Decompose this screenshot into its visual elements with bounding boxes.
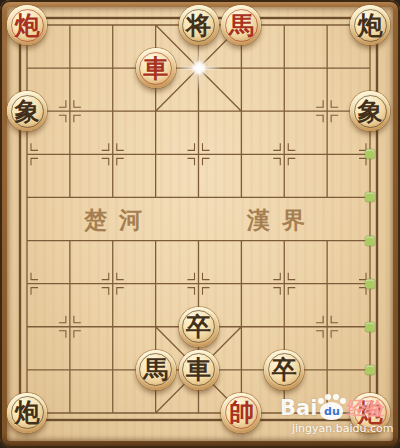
piece-glyph: 炮 bbox=[15, 13, 40, 38]
piece-red-chariot[interactable]: 車 bbox=[136, 48, 176, 88]
piece-glyph: 車 bbox=[143, 56, 168, 81]
piece-black-elephant[interactable]: 象 bbox=[350, 91, 390, 131]
piece-glyph: 炮 bbox=[358, 13, 383, 38]
piece-black-soldier[interactable]: 卒 bbox=[179, 307, 219, 347]
piece-glyph: 馬 bbox=[229, 13, 254, 38]
piece-glyph: 象 bbox=[15, 99, 40, 124]
xiangqi-board: 楚河 漢界 炮将馬炮車象象卒馬車卒炮帥炮 Bai du 经验 jingyan.b… bbox=[0, 0, 400, 448]
piece-glyph: 帥 bbox=[229, 400, 254, 425]
piece-glyph: 将 bbox=[186, 13, 211, 38]
piece-glyph: 炮 bbox=[15, 400, 40, 425]
move-hint-dot[interactable] bbox=[366, 322, 375, 331]
piece-black-cannon[interactable]: 炮 bbox=[7, 393, 47, 433]
piece-black-soldier[interactable]: 卒 bbox=[264, 350, 304, 390]
piece-glyph: 車 bbox=[186, 357, 211, 382]
piece-glyph: 象 bbox=[358, 99, 383, 124]
piece-black-horse[interactable]: 馬 bbox=[136, 350, 176, 390]
move-hint-dot[interactable] bbox=[366, 365, 375, 374]
piece-black-elephant[interactable]: 象 bbox=[7, 91, 47, 131]
move-hint-dot[interactable] bbox=[366, 193, 375, 202]
piece-red-general[interactable]: 帥 bbox=[221, 393, 261, 433]
move-hint-dot[interactable] bbox=[366, 150, 375, 159]
piece-glyph: 卒 bbox=[186, 314, 211, 339]
move-hint-dot[interactable] bbox=[366, 236, 375, 245]
piece-red-horse[interactable]: 馬 bbox=[221, 5, 261, 45]
piece-glyph: 炮 bbox=[358, 400, 383, 425]
piece-black-cannon[interactable]: 炮 bbox=[350, 5, 390, 45]
piece-glyph: 馬 bbox=[143, 357, 168, 382]
move-hint-dot[interactable] bbox=[366, 279, 375, 288]
piece-red-cannon[interactable]: 炮 bbox=[7, 5, 47, 45]
piece-black-chariot[interactable]: 車 bbox=[179, 350, 219, 390]
sparkle-effect bbox=[176, 45, 222, 91]
piece-black-general[interactable]: 将 bbox=[179, 5, 219, 45]
piece-red-cannon[interactable]: 炮 bbox=[350, 393, 390, 433]
piece-glyph: 卒 bbox=[272, 357, 297, 382]
